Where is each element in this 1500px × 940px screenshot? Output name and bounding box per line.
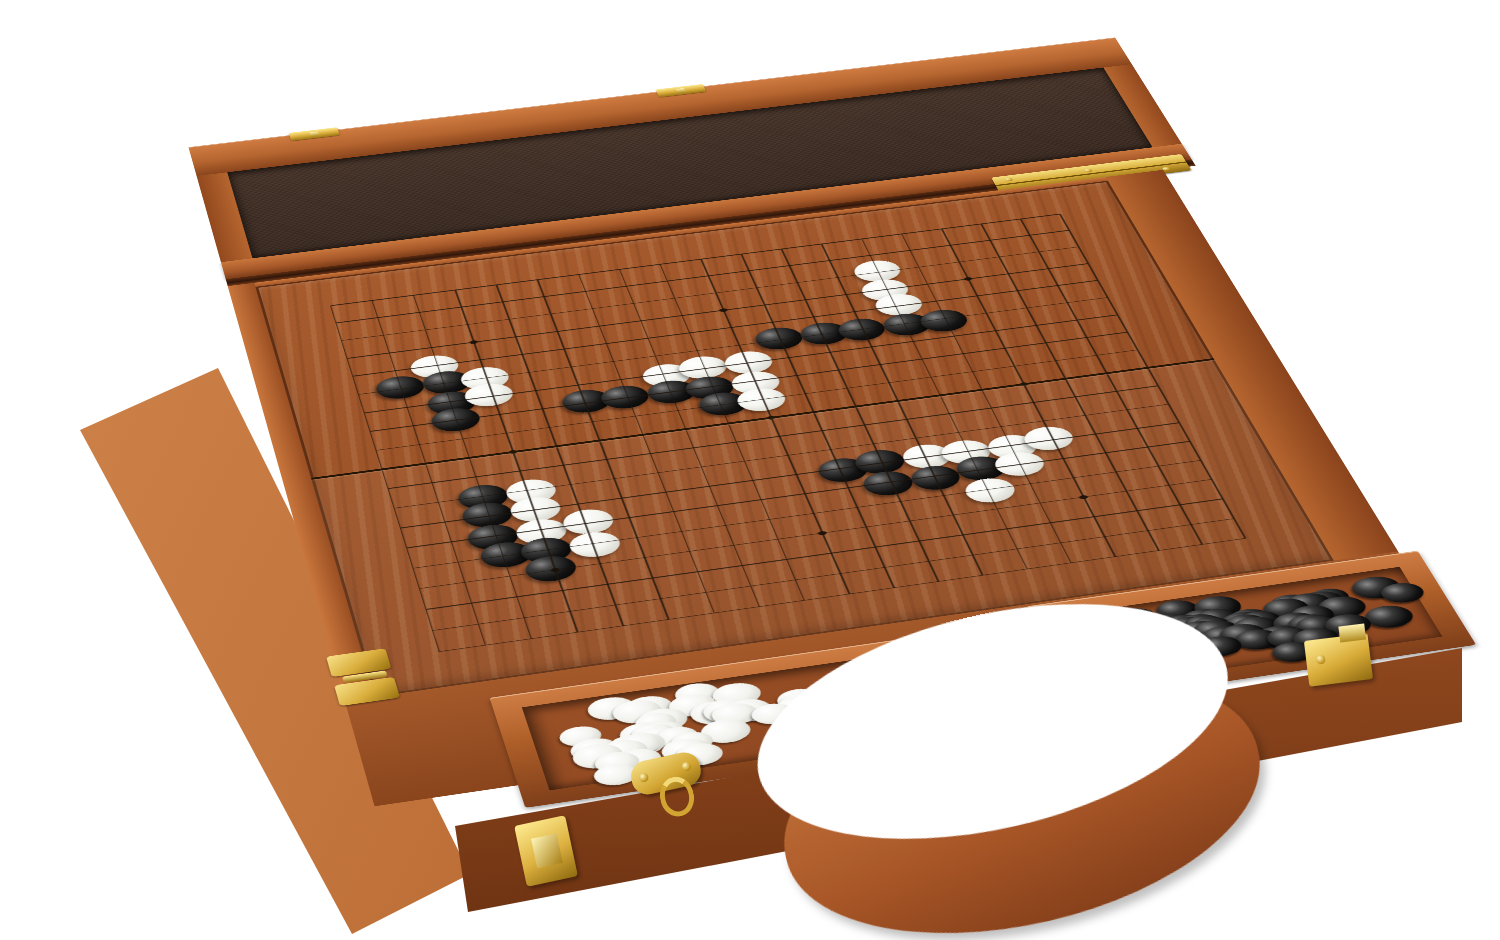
stone-white[interactable] <box>960 476 1019 505</box>
screw-icon <box>1083 168 1092 172</box>
product-photo-go-case <box>0 0 1500 940</box>
side-latch <box>1303 621 1390 690</box>
carry-handle <box>759 633 1285 940</box>
stone-white[interactable] <box>566 529 624 559</box>
screw-icon <box>1004 177 1013 181</box>
